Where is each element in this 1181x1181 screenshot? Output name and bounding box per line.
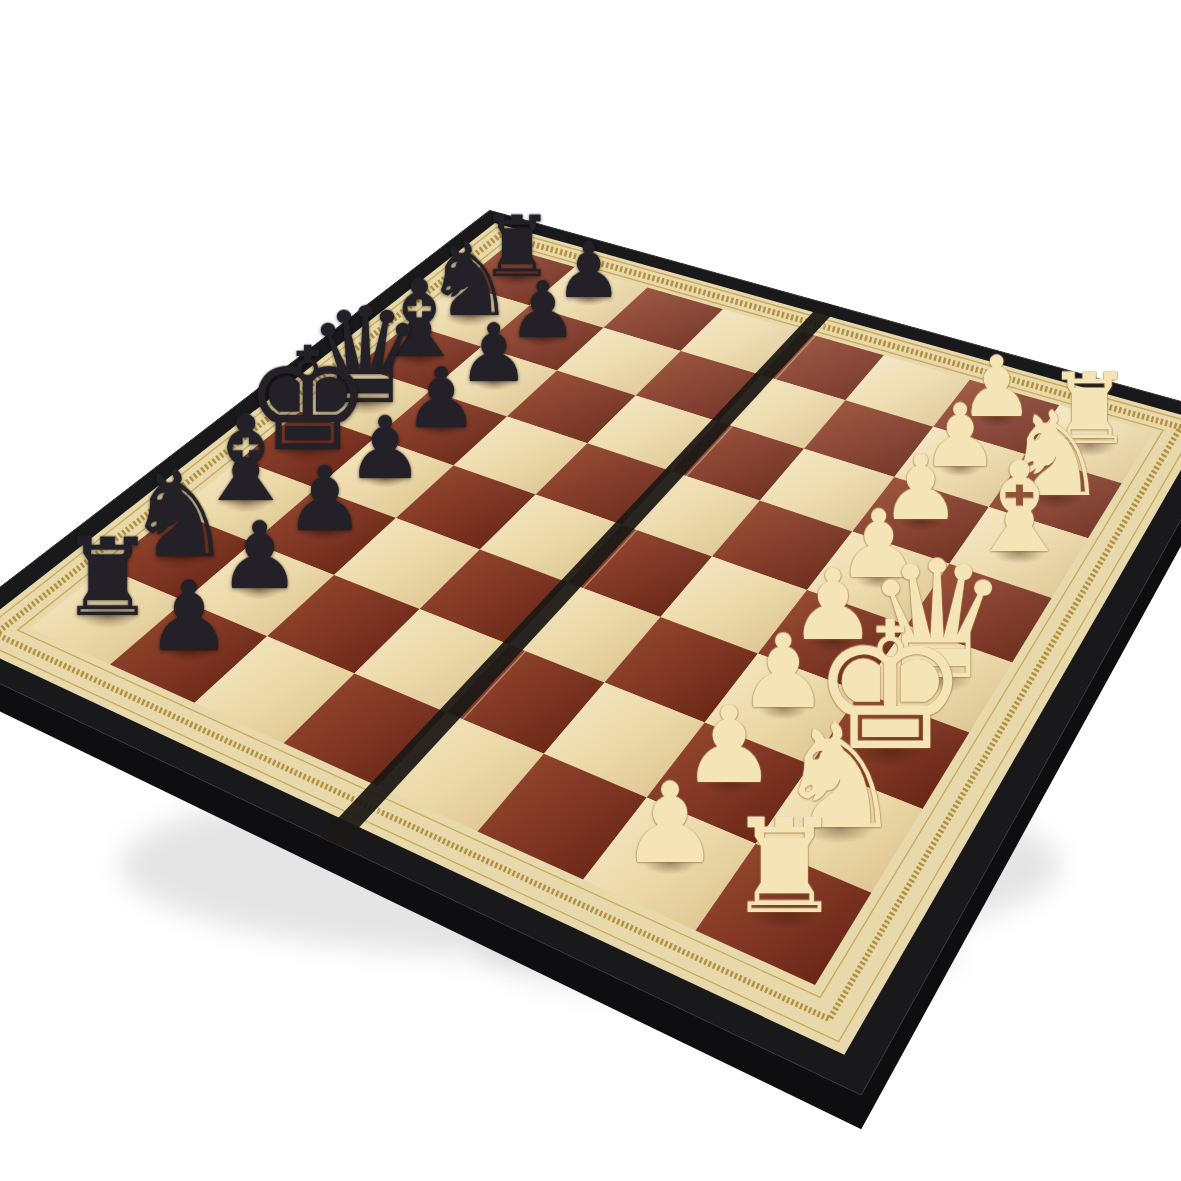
- piece-black-rook-h8[interactable]: ♜: [59, 524, 155, 631]
- chess-set-product-photo: ♜♟♞♟♝♟♛♟♟♜♚♟♟♞♝♟♟♝♞♟♟♜♟♟♛♟♚♟♞♟♜: [0, 0, 1181, 1181]
- piece-white-pawn-h2[interactable]: ♟: [620, 768, 720, 879]
- piece-white-rook-h1[interactable]: ♜: [726, 802, 843, 933]
- piece-black-pawn-h7[interactable]: ♟: [146, 569, 233, 666]
